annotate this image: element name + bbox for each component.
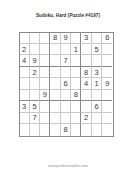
cell-r8c7: 2 (81, 113, 91, 124)
cell-r8c9 (102, 113, 112, 124)
cell-r4c6 (71, 67, 81, 78)
cell-r9c2 (30, 124, 40, 135)
cell-r4c7: 8 (81, 67, 91, 78)
sudoku-grid: 8936215497283641998356728 (19, 32, 114, 137)
sudoku-page: Sudoku, Hard (Puzzle #4197) 893621549728… (0, 0, 136, 176)
cell-r3c9 (102, 55, 112, 66)
cell-r8c8 (92, 113, 102, 124)
cell-r9c5: 8 (61, 124, 71, 135)
cell-r9c8 (92, 124, 102, 135)
cell-r6c7 (81, 90, 91, 101)
cell-r7c6 (71, 101, 81, 112)
cell-r5c1 (20, 78, 30, 89)
cell-r5c6 (71, 78, 81, 89)
cell-r7c5 (61, 101, 71, 112)
cell-r3c1: 4 (20, 55, 30, 66)
cell-r3c6 (71, 55, 81, 66)
cell-r6c5 (61, 90, 71, 101)
cell-r1c2 (30, 33, 40, 44)
cell-r3c3 (40, 55, 50, 66)
cell-r6c4 (50, 90, 60, 101)
footer-url: www.printfreesudoku.com (0, 164, 136, 168)
cell-r5c7: 4 (81, 78, 91, 89)
cell-r3c8 (92, 55, 102, 66)
cell-r2c1: 2 (20, 44, 30, 55)
cell-r5c4 (50, 78, 60, 89)
cell-r9c6 (71, 124, 81, 135)
cell-r3c5: 7 (61, 55, 71, 66)
cell-r3c7 (81, 55, 91, 66)
cell-r2c3 (40, 44, 50, 55)
cell-r6c2 (30, 90, 40, 101)
cell-r3c4 (50, 55, 60, 66)
cell-r2c9 (102, 44, 112, 55)
cell-r6c6: 8 (71, 90, 81, 101)
cell-r1c4: 8 (50, 33, 60, 44)
cell-r8c1 (20, 113, 30, 124)
cell-r5c2 (30, 78, 40, 89)
cell-r2c2 (30, 44, 40, 55)
cell-r6c9 (102, 90, 112, 101)
cell-r8c2: 7 (30, 113, 40, 124)
cell-r7c8: 6 (92, 101, 102, 112)
cell-r2c7 (81, 44, 91, 55)
cell-r1c5: 9 (61, 33, 71, 44)
cell-r9c3 (40, 124, 50, 135)
cell-r4c4 (50, 67, 60, 78)
cell-r1c3 (40, 33, 50, 44)
cell-r7c2: 5 (30, 101, 40, 112)
cell-r4c5 (61, 67, 71, 78)
cell-r4c9 (102, 67, 112, 78)
cell-r8c6 (71, 113, 81, 124)
cell-r6c1 (20, 90, 30, 101)
cell-r8c4 (50, 113, 60, 124)
cell-r5c8: 1 (92, 78, 102, 89)
cell-r9c1 (20, 124, 30, 135)
cell-r4c1 (20, 67, 30, 78)
cell-r7c4 (50, 101, 60, 112)
cell-r6c8 (92, 90, 102, 101)
puzzle-title: Sudoku, Hard (Puzzle #4197) (0, 13, 136, 18)
cell-r9c9 (102, 124, 112, 135)
cell-r7c9 (102, 101, 112, 112)
cell-r4c3 (40, 67, 50, 78)
cell-r1c8 (92, 33, 102, 44)
cell-r2c4 (50, 44, 60, 55)
cell-r1c6 (71, 33, 81, 44)
cell-r6c3: 9 (40, 90, 50, 101)
cell-r7c7 (81, 101, 91, 112)
cell-r5c9: 9 (102, 78, 112, 89)
cell-r5c3 (40, 78, 50, 89)
cell-r4c2: 2 (30, 67, 40, 78)
cell-r9c7 (81, 124, 91, 135)
cell-r2c5 (61, 44, 71, 55)
cell-r7c3 (40, 101, 50, 112)
cell-r4c8: 3 (92, 67, 102, 78)
cell-r8c3 (40, 113, 50, 124)
cell-r7c1: 3 (20, 101, 30, 112)
cell-r1c7: 3 (81, 33, 91, 44)
cell-r5c5: 6 (61, 78, 71, 89)
cell-r1c9: 6 (102, 33, 112, 44)
cell-r9c4 (50, 124, 60, 135)
cell-r2c6: 1 (71, 44, 81, 55)
cell-r1c1 (20, 33, 30, 44)
cell-r8c5 (61, 113, 71, 124)
cell-r2c8: 5 (92, 44, 102, 55)
cell-r3c2: 9 (30, 55, 40, 66)
